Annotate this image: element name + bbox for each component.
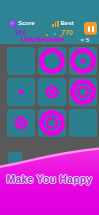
best-value: 770: [61, 29, 73, 36]
cell-r1c2[interactable]: [69, 78, 97, 106]
small-dot: [50, 90, 55, 95]
cell-r1c1[interactable]: [38, 78, 66, 106]
cell-r1c0[interactable]: [7, 78, 35, 106]
score-label: Score: [18, 20, 35, 27]
best-label: Best: [61, 20, 74, 27]
cell-r0c1[interactable]: [38, 47, 66, 75]
cell-r2c1[interactable]: [38, 109, 66, 137]
confetti-dot: [60, 35, 62, 37]
banner-text: Make You Happy: [0, 173, 99, 185]
bottom-banner: Make You Happy: [0, 145, 99, 215]
medium-ring: [46, 117, 59, 130]
confetti-dot: [54, 33, 56, 35]
large-ring: [39, 48, 65, 74]
bar-chart-icon: [52, 21, 59, 27]
cell-r2c0[interactable]: [7, 109, 35, 137]
bulb-icon: [10, 21, 16, 27]
ring-grid: [7, 47, 97, 137]
small-dot: [19, 121, 24, 126]
game-screen: Score 960 Best 770 Unbelievable × 5: [0, 0, 99, 215]
cell-r2c2[interactable]: [69, 109, 97, 137]
score-group: Score: [10, 20, 35, 27]
cell-r0c0[interactable]: [7, 47, 35, 75]
best-group: Best: [52, 20, 74, 27]
pause-button[interactable]: [84, 22, 97, 35]
cell-r0c2[interactable]: [69, 47, 97, 75]
score-value: 960: [15, 29, 27, 36]
pause-icon: [88, 26, 90, 32]
small-dot: [19, 90, 24, 95]
combo-multiplier: × 5: [80, 37, 89, 43]
small-dot: [81, 59, 86, 64]
confetti-dot: [46, 34, 48, 36]
medium-ring: [77, 86, 90, 99]
